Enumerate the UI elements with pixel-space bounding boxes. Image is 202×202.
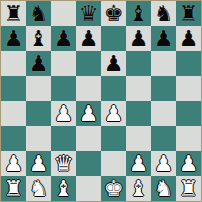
piece-white-queen[interactable]: ♛ — [54, 151, 74, 176]
square-d6[interactable] — [76, 51, 101, 76]
square-c6[interactable] — [51, 51, 76, 76]
square-d7[interactable]: ♟ — [76, 26, 101, 51]
piece-white-rook[interactable]: ♜ — [179, 176, 199, 201]
square-h4[interactable] — [176, 101, 201, 126]
square-g7[interactable]: ♟ — [151, 26, 176, 51]
square-g8[interactable]: ♞ — [151, 1, 176, 26]
square-c2[interactable]: ♛ — [51, 151, 76, 176]
piece-black-rook[interactable]: ♜ — [179, 1, 199, 26]
piece-white-pawn[interactable]: ♟ — [154, 151, 174, 176]
square-e1[interactable]: ♚ — [101, 176, 126, 201]
piece-white-knight[interactable]: ♞ — [29, 176, 49, 201]
square-f6[interactable] — [126, 51, 151, 76]
piece-white-pawn[interactable]: ♟ — [179, 151, 199, 176]
piece-black-pawn[interactable]: ♟ — [29, 51, 49, 76]
square-b5[interactable] — [26, 76, 51, 101]
square-g4[interactable] — [151, 101, 176, 126]
square-c3[interactable] — [51, 126, 76, 151]
piece-black-pawn[interactable]: ♟ — [79, 26, 99, 51]
square-h7[interactable]: ♟ — [176, 26, 201, 51]
square-g3[interactable] — [151, 126, 176, 151]
piece-black-king[interactable]: ♚ — [104, 1, 124, 26]
square-b3[interactable] — [26, 126, 51, 151]
piece-black-knight[interactable]: ♞ — [154, 1, 174, 26]
square-f4[interactable] — [126, 101, 151, 126]
square-c7[interactable]: ♟ — [51, 26, 76, 51]
piece-black-pawn[interactable]: ♟ — [154, 26, 174, 51]
piece-white-knight[interactable]: ♞ — [154, 176, 174, 201]
square-e8[interactable]: ♚ — [101, 1, 126, 26]
piece-black-bishop[interactable]: ♝ — [129, 1, 149, 26]
square-a3[interactable] — [1, 126, 26, 151]
square-g2[interactable]: ♟ — [151, 151, 176, 176]
square-c1[interactable]: ♝ — [51, 176, 76, 201]
piece-black-pawn[interactable]: ♟ — [54, 26, 74, 51]
piece-white-pawn[interactable]: ♟ — [129, 151, 149, 176]
square-b1[interactable]: ♞ — [26, 176, 51, 201]
square-d3[interactable] — [76, 126, 101, 151]
square-b4[interactable] — [26, 101, 51, 126]
piece-white-rook[interactable]: ♜ — [4, 176, 24, 201]
square-a7[interactable]: ♟ — [1, 26, 26, 51]
square-f1[interactable]: ♝ — [126, 176, 151, 201]
square-f5[interactable] — [126, 76, 151, 101]
piece-white-bishop[interactable]: ♝ — [54, 176, 74, 201]
square-d1[interactable] — [76, 176, 101, 201]
square-e2[interactable] — [101, 151, 126, 176]
square-b7[interactable]: ♝ — [26, 26, 51, 51]
piece-white-king[interactable]: ♚ — [104, 176, 124, 201]
chess-board: ♜♞♛♚♝♞♜♟♝♟♟♟♟♟♟♟♟♟♟♟♟♛♟♟♟♜♞♝♚♝♞♜ — [0, 0, 202, 202]
square-a1[interactable]: ♜ — [1, 176, 26, 201]
piece-black-bishop[interactable]: ♝ — [29, 26, 49, 51]
square-c5[interactable] — [51, 76, 76, 101]
square-g1[interactable]: ♞ — [151, 176, 176, 201]
square-d2[interactable] — [76, 151, 101, 176]
piece-white-pawn[interactable]: ♟ — [54, 101, 74, 126]
square-b6[interactable]: ♟ — [26, 51, 51, 76]
piece-white-pawn[interactable]: ♟ — [104, 101, 124, 126]
square-a2[interactable]: ♟ — [1, 151, 26, 176]
square-f3[interactable] — [126, 126, 151, 151]
square-d5[interactable] — [76, 76, 101, 101]
piece-black-queen[interactable]: ♛ — [79, 1, 99, 26]
piece-black-pawn[interactable]: ♟ — [179, 26, 199, 51]
square-b8[interactable]: ♞ — [26, 1, 51, 26]
piece-black-knight[interactable]: ♞ — [29, 1, 49, 26]
square-e4[interactable]: ♟ — [101, 101, 126, 126]
square-e7[interactable] — [101, 26, 126, 51]
square-h2[interactable]: ♟ — [176, 151, 201, 176]
square-f7[interactable]: ♟ — [126, 26, 151, 51]
square-f2[interactable]: ♟ — [126, 151, 151, 176]
square-h6[interactable] — [176, 51, 201, 76]
chess-board-grid: ♜♞♛♚♝♞♜♟♝♟♟♟♟♟♟♟♟♟♟♟♟♛♟♟♟♜♞♝♚♝♞♜ — [1, 1, 201, 201]
square-a5[interactable] — [1, 76, 26, 101]
square-e6[interactable]: ♟ — [101, 51, 126, 76]
piece-white-pawn[interactable]: ♟ — [4, 151, 24, 176]
square-h8[interactable]: ♜ — [176, 1, 201, 26]
square-b2[interactable]: ♟ — [26, 151, 51, 176]
square-d8[interactable]: ♛ — [76, 1, 101, 26]
square-h1[interactable]: ♜ — [176, 176, 201, 201]
square-e5[interactable] — [101, 76, 126, 101]
square-g6[interactable] — [151, 51, 176, 76]
square-g5[interactable] — [151, 76, 176, 101]
square-c8[interactable] — [51, 1, 76, 26]
square-d4[interactable]: ♟ — [76, 101, 101, 126]
piece-black-pawn[interactable]: ♟ — [129, 26, 149, 51]
piece-black-pawn[interactable]: ♟ — [4, 26, 24, 51]
piece-white-bishop[interactable]: ♝ — [129, 176, 149, 201]
square-f8[interactable]: ♝ — [126, 1, 151, 26]
square-c4[interactable]: ♟ — [51, 101, 76, 126]
square-a8[interactable]: ♜ — [1, 1, 26, 26]
piece-white-pawn[interactable]: ♟ — [29, 151, 49, 176]
square-a6[interactable] — [1, 51, 26, 76]
piece-black-rook[interactable]: ♜ — [4, 1, 24, 26]
square-h5[interactable] — [176, 76, 201, 101]
square-e3[interactable] — [101, 126, 126, 151]
square-a4[interactable] — [1, 101, 26, 126]
piece-white-pawn[interactable]: ♟ — [79, 101, 99, 126]
square-h3[interactable] — [176, 126, 201, 151]
piece-black-pawn[interactable]: ♟ — [104, 51, 124, 76]
